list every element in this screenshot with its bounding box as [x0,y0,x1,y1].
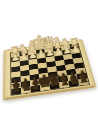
white-pawn: ♟ [70,43,80,54]
chess-board: ♜♞♝♚♛♝♞♜♟♟♟♟♟♟♟♟♟♟♟♟♟♟♟♟♜♞♝♚♛♝♞♜ [3,39,96,100]
square-g2: ♟ [20,55,29,61]
square-e2: ♟ [37,53,46,59]
product-photo: ♜♞♝♚♛♝♞♜♟♟♟♟♟♟♟♟♟♟♟♟♟♟♟♟♜♞♝♚♛♝♞♜ [0,0,98,124]
square-b2: ♟ [62,49,72,55]
square-a2: ♟ [70,48,80,54]
square-a8: ♜ [78,78,89,85]
square-g4 [20,65,29,71]
board-frame: ♜♞♝♚♛♝♞♜♟♟♟♟♟♟♟♟♟♟♟♟♟♟♟♟♜♞♝♚♛♝♞♜ [3,39,96,100]
board-squares: ♜♞♝♚♛♝♞♜♟♟♟♟♟♟♟♟♟♟♟♟♟♟♟♟♜♞♝♚♛♝♞♜ [10,43,90,96]
square-d2: ♟ [45,52,54,58]
black-rook: ♜ [77,72,89,85]
square-c2: ♟ [53,50,62,56]
square-f2: ♟ [28,54,37,60]
square-h2: ♟ [11,56,20,62]
